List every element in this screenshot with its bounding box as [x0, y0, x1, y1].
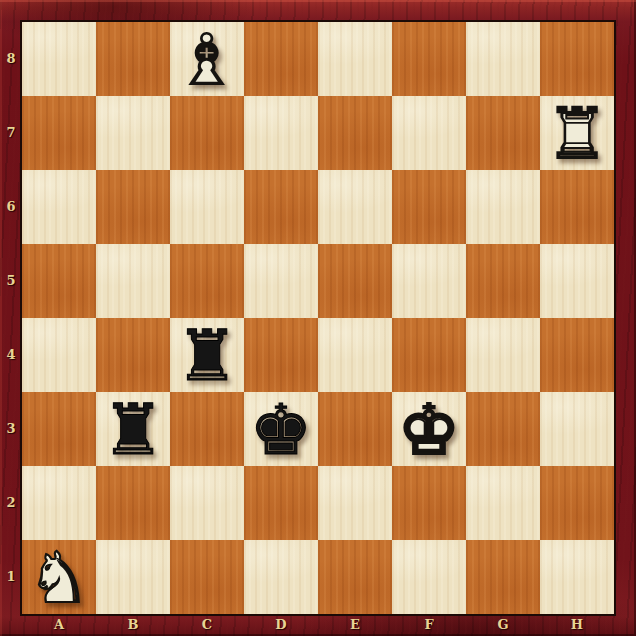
- square-c7[interactable]: [170, 96, 244, 170]
- square-d4[interactable]: [244, 318, 318, 392]
- square-d5[interactable]: [244, 244, 318, 318]
- square-a4[interactable]: [22, 318, 96, 392]
- file-label-a: A: [22, 614, 96, 636]
- square-f4[interactable]: [392, 318, 466, 392]
- file-label-f: F: [392, 614, 466, 636]
- square-a6[interactable]: [22, 170, 96, 244]
- square-a8[interactable]: [22, 22, 96, 96]
- square-a2[interactable]: [22, 466, 96, 540]
- chess-board-frame: ♝♗♜♖♜♜♚♚♔♞♘ 87654321 ABCDEFGH: [0, 0, 636, 636]
- square-h2[interactable]: [540, 466, 614, 540]
- square-b4[interactable]: [96, 318, 170, 392]
- rank-label-2: 2: [0, 466, 22, 540]
- square-b3[interactable]: ♜: [96, 392, 170, 466]
- square-g2[interactable]: [466, 466, 540, 540]
- rank-labels: 87654321: [0, 22, 22, 614]
- square-d1[interactable]: [244, 540, 318, 614]
- square-c3[interactable]: [170, 392, 244, 466]
- black-rook[interactable]: ♜: [96, 392, 170, 466]
- square-a7[interactable]: [22, 96, 96, 170]
- square-g4[interactable]: [466, 318, 540, 392]
- square-h1[interactable]: [540, 540, 614, 614]
- white-rook-outline: ♖: [540, 96, 614, 170]
- square-f1[interactable]: [392, 540, 466, 614]
- square-g7[interactable]: [466, 96, 540, 170]
- square-d3[interactable]: ♚: [244, 392, 318, 466]
- square-g3[interactable]: [466, 392, 540, 466]
- square-b7[interactable]: [96, 96, 170, 170]
- black-rook-glyph: ♜: [170, 318, 244, 392]
- square-e3[interactable]: [318, 392, 392, 466]
- rank-label-8: 8: [0, 22, 22, 96]
- square-e7[interactable]: [318, 96, 392, 170]
- white-king[interactable]: ♚♔: [392, 392, 466, 466]
- square-f7[interactable]: [392, 96, 466, 170]
- square-g1[interactable]: [466, 540, 540, 614]
- square-h5[interactable]: [540, 244, 614, 318]
- square-c2[interactable]: [170, 466, 244, 540]
- white-knight-outline: ♘: [22, 540, 96, 614]
- square-d2[interactable]: [244, 466, 318, 540]
- square-e4[interactable]: [318, 318, 392, 392]
- square-c8[interactable]: ♝♗: [170, 22, 244, 96]
- square-g8[interactable]: [466, 22, 540, 96]
- white-bishop-outline: ♗: [170, 22, 244, 96]
- square-h4[interactable]: [540, 318, 614, 392]
- black-rook[interactable]: ♜: [170, 318, 244, 392]
- square-g6[interactable]: [466, 170, 540, 244]
- square-h7[interactable]: ♜♖: [540, 96, 614, 170]
- rank-label-1: 1: [0, 540, 22, 614]
- square-g5[interactable]: [466, 244, 540, 318]
- black-king-glyph: ♚: [244, 392, 318, 466]
- square-d7[interactable]: [244, 96, 318, 170]
- square-c6[interactable]: [170, 170, 244, 244]
- rank-label-6: 6: [0, 170, 22, 244]
- square-a3[interactable]: [22, 392, 96, 466]
- file-label-h: H: [540, 614, 614, 636]
- white-knight[interactable]: ♞♘: [22, 540, 96, 614]
- square-c5[interactable]: [170, 244, 244, 318]
- square-b5[interactable]: [96, 244, 170, 318]
- white-bishop[interactable]: ♝♗: [170, 22, 244, 96]
- square-b1[interactable]: [96, 540, 170, 614]
- chess-board: ♝♗♜♖♜♜♚♚♔♞♘: [22, 22, 614, 614]
- square-e2[interactable]: [318, 466, 392, 540]
- square-a1[interactable]: ♞♘: [22, 540, 96, 614]
- square-f8[interactable]: [392, 22, 466, 96]
- file-labels: ABCDEFGH: [22, 614, 614, 636]
- square-f3[interactable]: ♚♔: [392, 392, 466, 466]
- square-a5[interactable]: [22, 244, 96, 318]
- file-label-g: G: [466, 614, 540, 636]
- square-b8[interactable]: [96, 22, 170, 96]
- file-label-c: C: [170, 614, 244, 636]
- square-f2[interactable]: [392, 466, 466, 540]
- square-d8[interactable]: [244, 22, 318, 96]
- file-label-b: B: [96, 614, 170, 636]
- square-e1[interactable]: [318, 540, 392, 614]
- square-f6[interactable]: [392, 170, 466, 244]
- square-b6[interactable]: [96, 170, 170, 244]
- square-b2[interactable]: [96, 466, 170, 540]
- square-c1[interactable]: [170, 540, 244, 614]
- square-h8[interactable]: [540, 22, 614, 96]
- square-e5[interactable]: [318, 244, 392, 318]
- black-king[interactable]: ♚: [244, 392, 318, 466]
- white-rook[interactable]: ♜♖: [540, 96, 614, 170]
- square-h6[interactable]: [540, 170, 614, 244]
- rank-label-3: 3: [0, 392, 22, 466]
- square-d6[interactable]: [244, 170, 318, 244]
- white-king-outline: ♔: [392, 392, 466, 466]
- file-label-d: D: [244, 614, 318, 636]
- rank-label-7: 7: [0, 96, 22, 170]
- square-e6[interactable]: [318, 170, 392, 244]
- square-e8[interactable]: [318, 22, 392, 96]
- square-h3[interactable]: [540, 392, 614, 466]
- square-c4[interactable]: ♜: [170, 318, 244, 392]
- black-rook-glyph: ♜: [96, 392, 170, 466]
- file-label-e: E: [318, 614, 392, 636]
- rank-label-4: 4: [0, 318, 22, 392]
- rank-label-5: 5: [0, 244, 22, 318]
- square-f5[interactable]: [392, 244, 466, 318]
